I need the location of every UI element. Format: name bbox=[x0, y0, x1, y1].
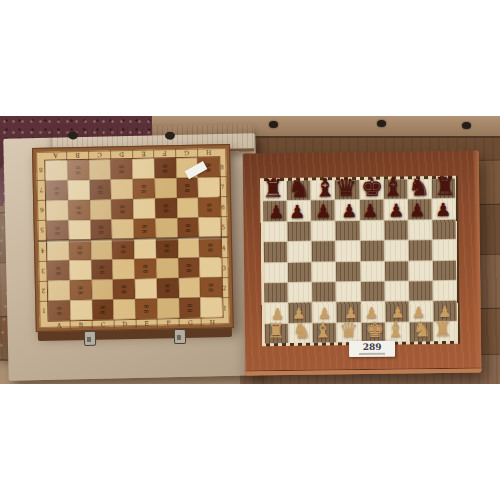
board-dark-square bbox=[311, 201, 334, 221]
coordinate-cell: H bbox=[201, 317, 223, 326]
left-board-light-square bbox=[177, 198, 199, 218]
folding-chess-board: ∞ ∞∞ ∞∞ ∞∞ ∞∞ ∞∞ ∞∞ ∞∞ ∞∞ ∞∞ ∞∞ ∞∞ ∞∞ ∞∞… bbox=[32, 144, 234, 342]
left-board-light-square bbox=[134, 239, 156, 259]
coordinate-cell: 3 bbox=[219, 257, 228, 277]
lot-sticker-fineprint bbox=[359, 353, 385, 355]
coordinate-cell: 7 bbox=[37, 180, 46, 200]
coordinate-cell: H bbox=[197, 148, 219, 157]
coordinate-cell: D bbox=[113, 319, 135, 328]
coordinate-cell: C bbox=[91, 319, 113, 328]
scrollwork-ornament: ∞ ∞ bbox=[142, 263, 149, 274]
left-board-dark-square: ∞ ∞ bbox=[90, 219, 112, 239]
scrollwork-ornament: ∞ ∞ bbox=[119, 204, 126, 215]
board-dark-square bbox=[360, 200, 383, 220]
scrollwork-ornament: ∞ ∞ bbox=[185, 222, 192, 233]
board-light-square bbox=[289, 323, 312, 343]
board-light-square bbox=[385, 281, 408, 301]
left-board-dark-square: ∞ ∞ bbox=[91, 259, 113, 279]
board-dark-square bbox=[433, 301, 456, 321]
board-dark-square bbox=[336, 221, 359, 241]
scrollwork-ornament: ∞ ∞ bbox=[120, 244, 127, 255]
scrollwork-ornament: ∞ ∞ bbox=[162, 163, 169, 174]
board-dark-square bbox=[433, 260, 456, 280]
coordinate-cell: 4 bbox=[219, 237, 228, 257]
board-dark-square bbox=[263, 201, 286, 221]
coordinate-cell: 2 bbox=[220, 277, 229, 297]
left-board-light-square bbox=[68, 220, 90, 240]
left-board-light-square bbox=[133, 199, 155, 219]
left-board-dark-square: ∞ ∞ bbox=[156, 278, 178, 298]
coordinate-label: 4 bbox=[38, 247, 47, 254]
left-board-dark-square: ∞ ∞ bbox=[156, 238, 178, 258]
scrollwork-ornament: ∞ ∞ bbox=[97, 184, 104, 195]
screw-dot bbox=[377, 120, 386, 127]
left-board-light-square bbox=[45, 160, 67, 180]
left-board-light-square bbox=[89, 159, 111, 179]
coordinate-cell: G bbox=[179, 318, 201, 327]
coordinate-cell: 8 bbox=[217, 157, 226, 176]
left-board-light-square bbox=[46, 200, 68, 220]
board-light-square bbox=[336, 241, 359, 261]
coordinate-cell: 3 bbox=[38, 260, 47, 280]
coordinate-cell: B bbox=[69, 320, 91, 329]
board-dark-square bbox=[336, 262, 359, 282]
board-light-square bbox=[287, 201, 310, 221]
coordinate-cell: 2 bbox=[39, 281, 48, 301]
left-board-dark-square: ∞ ∞ bbox=[135, 299, 157, 319]
coordinate-cell: D bbox=[110, 150, 132, 159]
coordinate-cell: A bbox=[45, 151, 66, 160]
coordinate-label: 6 bbox=[218, 203, 227, 210]
scrollwork-ornament: ∞ ∞ bbox=[54, 225, 61, 236]
board-dark-square bbox=[288, 262, 311, 282]
board-dark-square bbox=[409, 281, 432, 301]
scrollwork-ornament: ∞ ∞ bbox=[143, 303, 150, 314]
coordinate-label: F bbox=[154, 150, 175, 157]
left-board-light-square bbox=[154, 178, 176, 198]
left-board-light-square bbox=[178, 278, 200, 298]
scrollwork-ornament: ∞ ∞ bbox=[118, 164, 125, 175]
clasp-right bbox=[174, 329, 186, 344]
scrollwork-ornament: ∞ ∞ bbox=[77, 285, 84, 296]
coordinate-label: H bbox=[198, 149, 219, 156]
board-light-square bbox=[409, 301, 432, 321]
coordinate-cell: 6 bbox=[37, 200, 46, 220]
coordinate-label: 3 bbox=[219, 264, 228, 271]
coordinate-label: A bbox=[45, 152, 66, 159]
coordinate-label: 2 bbox=[220, 284, 229, 291]
left-board-light-square bbox=[132, 159, 154, 179]
coordinate-label: G bbox=[176, 150, 197, 157]
board-light-square bbox=[311, 180, 334, 200]
coordinate-cell: 8 bbox=[36, 161, 45, 180]
left-board-dark-square: ∞ ∞ bbox=[70, 280, 92, 300]
board-dark-square bbox=[408, 240, 431, 260]
board-dark-square bbox=[337, 302, 360, 322]
scrollwork-ornament: ∞ ∞ bbox=[75, 205, 82, 216]
board-light-square bbox=[432, 199, 455, 219]
left-board-dark-square: ∞ ∞ bbox=[68, 200, 90, 220]
board-dark-square bbox=[384, 220, 407, 240]
board-light-square bbox=[360, 220, 383, 240]
left-board-light-square bbox=[69, 260, 91, 280]
chess-board-with-pieces: ♜♞♝♛♚♝♞♜♟♟♟♟♟♟♟♟♟♟♟♟♟♟♟♟♜♞♝♛♚♝♞♜ 289 bbox=[243, 151, 482, 376]
board-light-square bbox=[408, 179, 431, 199]
coordinate-cell: A bbox=[49, 320, 70, 329]
scrollwork-ornament: ∞ ∞ bbox=[99, 304, 106, 315]
board-light-square bbox=[264, 303, 287, 323]
inlay-border bbox=[260, 176, 460, 346]
coordinate-cell: 1 bbox=[39, 301, 48, 321]
coordinate-label: 7 bbox=[37, 187, 46, 194]
screw-dot bbox=[269, 121, 278, 128]
coordinate-label: B bbox=[71, 321, 92, 328]
coordinate-label: G bbox=[180, 319, 201, 326]
board-dark-square bbox=[265, 324, 288, 344]
coordinate-cell: F bbox=[153, 149, 175, 158]
left-board-light-square bbox=[177, 238, 199, 258]
left-board-dark-square: ∞ ∞ bbox=[111, 199, 133, 219]
left-board-dark-square: ∞ ∞ bbox=[134, 259, 156, 279]
left-board-light-square bbox=[156, 258, 178, 278]
scrollwork-ornament: ∞ ∞ bbox=[76, 245, 83, 256]
left-board-dark-square: ∞ ∞ bbox=[155, 198, 177, 218]
coordinate-cell: 5 bbox=[38, 220, 47, 240]
coordinate-cell: B bbox=[66, 151, 88, 160]
left-board-dark-square: ∞ ∞ bbox=[133, 219, 155, 239]
board-dark-square bbox=[384, 179, 407, 199]
clasp-left bbox=[84, 331, 96, 346]
board-dark-square bbox=[408, 200, 431, 220]
flap-hole bbox=[165, 132, 175, 140]
scrollwork-ornament: ∞ ∞ bbox=[55, 265, 62, 276]
board-dark-square bbox=[335, 180, 358, 200]
left-board-dark-square: ∞ ∞ bbox=[67, 160, 89, 180]
scrollwork-ornament: ∞ ∞ bbox=[184, 182, 191, 193]
coordinate-cell: E bbox=[135, 319, 157, 328]
left-board-light-square bbox=[90, 199, 112, 219]
coordinate-cell: G bbox=[175, 149, 197, 158]
scrollwork-ornament: ∞ ∞ bbox=[186, 302, 193, 313]
board-dark-square bbox=[287, 181, 310, 201]
photo-of-chess-sets: ∞ ∞∞ ∞∞ ∞∞ ∞∞ ∞∞ ∞∞ ∞∞ ∞∞ ∞∞ ∞∞ ∞∞ ∞∞ ∞∞… bbox=[0, 0, 500, 500]
coordinate-label: 8 bbox=[36, 167, 45, 174]
scrollwork-ornament: ∞ ∞ bbox=[56, 305, 63, 316]
screw-dot bbox=[462, 122, 471, 129]
board-dark-square bbox=[313, 323, 336, 343]
left-board-light-square bbox=[47, 240, 69, 260]
scrollwork-ornament: ∞ ∞ bbox=[208, 282, 215, 293]
board-light-square bbox=[288, 282, 311, 302]
scrollwork-ornament: ∞ ∞ bbox=[207, 242, 214, 253]
coordinate-label: F bbox=[158, 319, 179, 326]
left-board-light-square bbox=[70, 300, 92, 320]
board-dark-square bbox=[288, 221, 311, 241]
coordinate-label: 3 bbox=[38, 267, 47, 274]
left-board-dark-square: ∞ ∞ bbox=[48, 300, 70, 320]
board-light-square bbox=[408, 220, 431, 240]
board-dark-square bbox=[289, 303, 312, 323]
coordinate-label: E bbox=[133, 151, 154, 158]
scrollwork-ornament: ∞ ∞ bbox=[75, 165, 82, 176]
coordinate-cell: 6 bbox=[218, 196, 227, 216]
board-dark-square bbox=[361, 282, 384, 302]
photo-area: ∞ ∞∞ ∞∞ ∞∞ ∞∞ ∞∞ ∞∞ ∞∞ ∞∞ ∞∞ ∞∞ ∞∞ ∞∞ ∞∞… bbox=[0, 116, 500, 384]
left-board-dark-square: ∞ ∞ bbox=[46, 180, 68, 200]
board-light-square bbox=[361, 302, 384, 322]
coordinate-label: A bbox=[49, 321, 70, 328]
left-board-light-square bbox=[157, 298, 179, 318]
board-dark-square bbox=[312, 241, 335, 261]
scrollwork-ornament: ∞ ∞ bbox=[163, 243, 170, 254]
board-light-square bbox=[337, 323, 360, 343]
left-board-light-square bbox=[113, 299, 135, 319]
scrollwork-ornament: ∞ ∞ bbox=[98, 224, 105, 235]
left-board-dark-square: ∞ ∞ bbox=[89, 179, 111, 199]
left-board-dark-square: ∞ ∞ bbox=[133, 179, 155, 199]
coordinate-cell: 5 bbox=[218, 216, 227, 236]
board-light-square bbox=[312, 262, 335, 282]
coordinate-label: D bbox=[114, 320, 135, 327]
left-board-light-square bbox=[135, 279, 157, 299]
coordinate-cell: E bbox=[132, 150, 154, 159]
right-board-squares bbox=[263, 179, 457, 343]
board-dark-square bbox=[432, 220, 455, 240]
board-dark-square bbox=[264, 283, 287, 303]
coordinate-label: 6 bbox=[37, 207, 46, 214]
coordinate-cell: F bbox=[157, 318, 179, 327]
coordinate-cell: 1 bbox=[220, 297, 229, 317]
left-board-dark-square: ∞ ∞ bbox=[178, 258, 200, 278]
coordinate-label: B bbox=[67, 152, 88, 159]
board-dark-square bbox=[312, 282, 335, 302]
board-light-square bbox=[263, 181, 286, 201]
scrollwork-ornament: ∞ ∞ bbox=[141, 223, 148, 234]
left-board-dark-square: ∞ ∞ bbox=[47, 220, 69, 240]
board-dark-square bbox=[385, 261, 408, 281]
coordinate-label: D bbox=[111, 151, 132, 158]
board-dark-square bbox=[361, 322, 384, 342]
coordinate-label: H bbox=[202, 318, 223, 325]
coordinate-cell: 7 bbox=[218, 176, 227, 196]
coordinate-cell: C bbox=[88, 150, 110, 159]
board-light-square bbox=[337, 282, 360, 302]
scrollwork-ornament: ∞ ∞ bbox=[98, 264, 105, 275]
left-board-light-square bbox=[90, 239, 112, 259]
left-board-light-square bbox=[91, 279, 113, 299]
left-board-dark-square: ∞ ∞ bbox=[47, 260, 69, 280]
lot-sticker: 289 bbox=[349, 341, 395, 357]
left-board-light-square bbox=[48, 280, 70, 300]
coordinate-label: 1 bbox=[39, 308, 48, 315]
left-board-dark-square: ∞ ∞ bbox=[177, 218, 199, 238]
left-board-dark-square: ∞ ∞ bbox=[110, 159, 132, 179]
left-board-light-square bbox=[112, 219, 134, 239]
scrollwork-ornament: ∞ ∞ bbox=[121, 284, 128, 295]
board-light-square bbox=[409, 261, 432, 281]
flap-hole bbox=[68, 131, 78, 139]
coordinate-label: 4 bbox=[219, 244, 228, 251]
left-board-light-square bbox=[67, 180, 89, 200]
board-light-square bbox=[384, 241, 407, 261]
board-dark-square bbox=[385, 302, 408, 322]
board-light-square bbox=[263, 222, 286, 242]
left-board-dark-square: ∞ ∞ bbox=[112, 239, 134, 259]
coordinate-label: E bbox=[136, 320, 157, 327]
board-dark-square bbox=[432, 179, 455, 199]
scrollwork-ornament: ∞ ∞ bbox=[140, 183, 147, 194]
coordinate-label: 8 bbox=[217, 163, 226, 170]
scrollwork-ornament: ∞ ∞ bbox=[164, 283, 171, 294]
scrollwork-ornament: ∞ ∞ bbox=[206, 202, 213, 213]
lot-number: 289 bbox=[363, 343, 382, 352]
left-board-dark-square: ∞ ∞ bbox=[179, 298, 201, 318]
left-board-dark-square: ∞ ∞ bbox=[176, 178, 198, 198]
board-light-square bbox=[433, 240, 456, 260]
left-board-dark-square: ∞ ∞ bbox=[92, 299, 114, 319]
board-light-square bbox=[384, 200, 407, 220]
left-board-dark-square: ∞ ∞ bbox=[69, 240, 91, 260]
board-light-square bbox=[313, 303, 336, 323]
board-light-square bbox=[312, 221, 335, 241]
board-dark-square bbox=[264, 242, 287, 262]
left-board-light-square bbox=[113, 259, 135, 279]
coordinate-label: 5 bbox=[38, 227, 47, 234]
board-light-square bbox=[385, 322, 408, 342]
left-board-dark-square: ∞ ∞ bbox=[154, 158, 176, 178]
coordinate-cell: 4 bbox=[38, 240, 47, 260]
coordinate-label: 2 bbox=[39, 288, 48, 295]
board-light-square bbox=[336, 200, 359, 220]
coordinate-label: C bbox=[89, 151, 110, 158]
folding-board-face: ∞ ∞∞ ∞∞ ∞∞ ∞∞ ∞∞ ∞∞ ∞∞ ∞∞ ∞∞ ∞∞ ∞∞ ∞∞ ∞∞… bbox=[32, 144, 234, 332]
left-board-light-square bbox=[111, 179, 133, 199]
board-dark-square bbox=[409, 322, 432, 342]
board-light-square bbox=[360, 261, 383, 281]
left-board-dark-square: ∞ ∞ bbox=[113, 279, 135, 299]
board-light-square bbox=[434, 321, 457, 341]
board-light-square bbox=[264, 262, 287, 282]
board-dark-square bbox=[360, 241, 383, 261]
left-board-light-square bbox=[155, 218, 177, 238]
coordinate-label: 1 bbox=[220, 304, 229, 311]
coordinate-label: 7 bbox=[218, 183, 227, 190]
coordinate-label: C bbox=[92, 320, 113, 327]
scrollwork-ornament: ∞ ∞ bbox=[53, 185, 60, 196]
board-light-square bbox=[359, 180, 382, 200]
scrollwork-ornament: ∞ ∞ bbox=[162, 203, 169, 214]
scrollwork-ornament: ∞ ∞ bbox=[185, 262, 192, 273]
coordinate-label: 5 bbox=[219, 223, 228, 230]
board-light-square bbox=[433, 281, 456, 301]
board-light-square bbox=[288, 242, 311, 262]
